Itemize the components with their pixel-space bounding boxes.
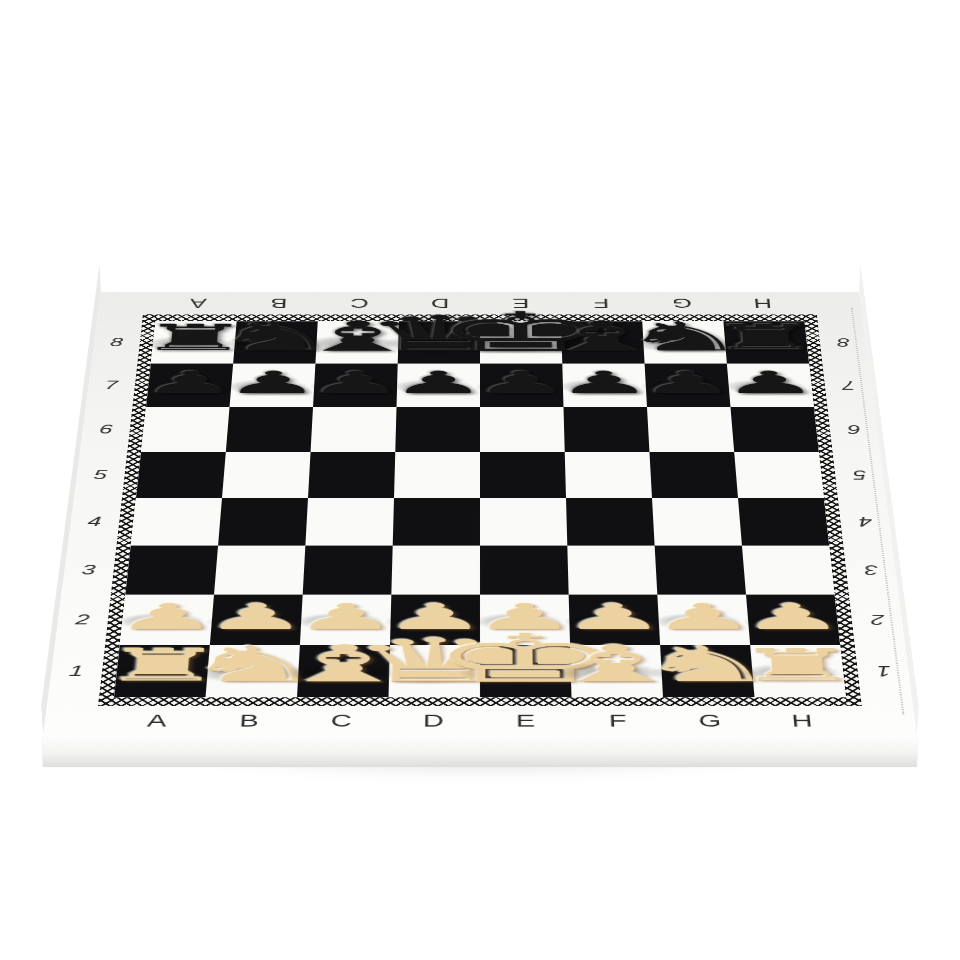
square-b6[interactable] (226, 407, 313, 452)
file-label-bottom-h: H (778, 710, 827, 731)
square-h2[interactable] (746, 595, 840, 646)
square-a2[interactable] (120, 595, 214, 646)
square-d6[interactable] (395, 407, 480, 452)
square-e3[interactable] (480, 546, 569, 595)
square-c1[interactable] (297, 645, 390, 697)
square-a6[interactable] (141, 407, 229, 452)
rank-label-left-2: 2 (59, 610, 107, 630)
square-f2[interactable] (569, 595, 660, 646)
square-f5[interactable] (565, 452, 652, 498)
square-f1[interactable] (570, 645, 663, 697)
product-photo-scene: AABBCCDDEEFFGGHH8877665544332211 ♜♞♝♛♚♝♞… (0, 0, 960, 960)
square-a3[interactable] (125, 546, 218, 595)
rank-label-left-1: 1 (52, 661, 101, 682)
square-h4[interactable] (738, 498, 829, 546)
square-g5[interactable] (649, 452, 738, 498)
rank-label-right-5: 5 (836, 466, 882, 484)
chess-board: AABBCCDDEEFFGGHH8877665544332211 ♜♞♝♛♚♝♞… (43, 292, 917, 736)
square-c6[interactable] (311, 407, 397, 452)
rank-label-right-2: 2 (853, 610, 901, 630)
square-b3[interactable] (214, 546, 305, 595)
square-h3[interactable] (742, 546, 835, 595)
rank-label-left-5: 5 (78, 466, 124, 484)
file-label-top-g: G (660, 295, 702, 311)
square-f4[interactable] (566, 498, 655, 546)
square-g3[interactable] (655, 546, 746, 595)
file-label-bottom-c: C (318, 710, 366, 731)
square-d1[interactable] (389, 645, 480, 697)
file-label-bottom-b: B (225, 710, 274, 731)
square-g1[interactable] (660, 645, 754, 697)
square-a5[interactable] (136, 452, 226, 498)
file-label-bottom-g: G (686, 710, 735, 731)
square-d5[interactable] (394, 452, 480, 498)
square-b1[interactable] (206, 645, 300, 697)
file-label-bottom-e: E (502, 710, 549, 731)
square-c2[interactable] (300, 595, 391, 646)
rank-label-left-6: 6 (84, 420, 129, 438)
square-d4[interactable] (393, 498, 480, 546)
rank-label-right-3: 3 (847, 560, 894, 579)
square-e4[interactable] (480, 498, 567, 546)
board-edge-front (41, 736, 919, 767)
black-king-glyph: ♚ (406, 305, 635, 360)
file-label-top-a: A (176, 295, 219, 311)
file-label-top-h: H (741, 295, 784, 311)
square-e5[interactable] (480, 452, 566, 498)
square-g2[interactable] (657, 595, 750, 646)
square-a1[interactable] (114, 645, 210, 697)
file-label-top-b: B (257, 295, 299, 311)
rank-label-right-6: 6 (831, 420, 876, 438)
square-c5[interactable] (308, 452, 395, 498)
square-d3[interactable] (391, 546, 480, 595)
square-e1[interactable] (480, 645, 571, 697)
square-c4[interactable] (305, 498, 394, 546)
square-d2[interactable] (390, 595, 480, 646)
square-b2[interactable] (210, 595, 303, 646)
rank-label-left-4: 4 (72, 512, 119, 531)
square-a4[interactable] (131, 498, 222, 546)
square-f3[interactable] (567, 546, 657, 595)
file-label-bottom-d: D (410, 710, 457, 731)
square-b4[interactable] (218, 498, 308, 546)
square-h1[interactable] (750, 645, 846, 697)
square-b5[interactable] (222, 452, 311, 498)
rank-label-left-3: 3 (65, 560, 112, 579)
square-e6[interactable] (480, 407, 565, 452)
file-label-bottom-f: F (594, 710, 642, 731)
square-g6[interactable] (647, 407, 734, 452)
black-pawn-glyph: ♟ (653, 367, 887, 398)
square-c3[interactable] (303, 546, 393, 595)
square-h5[interactable] (734, 452, 824, 498)
rank-label-right-1: 1 (859, 661, 908, 682)
square-f6[interactable] (563, 407, 649, 452)
border-pattern-bottom (98, 697, 862, 706)
square-h6[interactable] (730, 407, 818, 452)
file-label-bottom-a: A (133, 710, 182, 731)
square-g4[interactable] (652, 498, 742, 546)
square-e2[interactable] (480, 595, 570, 646)
rank-label-right-4: 4 (842, 512, 889, 531)
